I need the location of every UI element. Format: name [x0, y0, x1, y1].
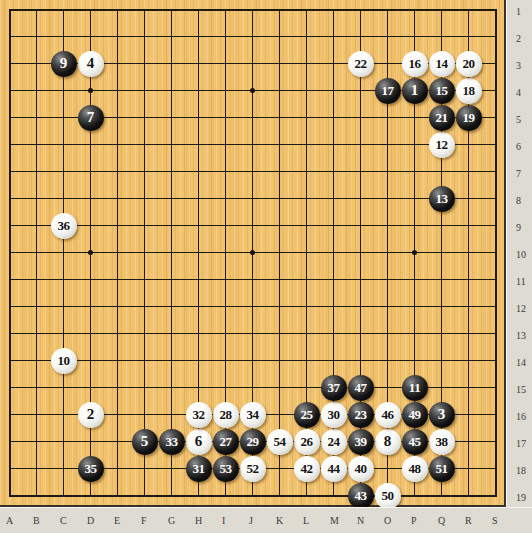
column-label: I — [222, 516, 225, 526]
stone-black-47: 47 — [348, 375, 374, 401]
stone-black-21: 21 — [429, 105, 455, 131]
row-label: 11 — [516, 277, 526, 287]
stone-move-number: 37 — [328, 379, 340, 395]
stone-white-24: 24 — [321, 429, 347, 455]
column-label: R — [465, 516, 472, 526]
stone-white-30: 30 — [321, 402, 347, 428]
column-ruler: ABCDEFGHIJKLMNOPQRS — [0, 507, 532, 533]
stone-white-8: 8 — [375, 429, 401, 455]
stone-white-16: 16 — [402, 51, 428, 77]
stone-move-number: 6 — [195, 433, 203, 450]
stone-black-43: 43 — [348, 483, 374, 509]
row-label: 15 — [516, 385, 526, 395]
star-point — [250, 250, 255, 255]
stone-move-number: 39 — [355, 433, 367, 449]
stone-white-44: 44 — [321, 456, 347, 482]
stone-move-number: 40 — [355, 460, 367, 476]
stone-black-7: 7 — [78, 105, 104, 131]
stone-move-number: 2 — [87, 406, 95, 423]
stone-white-32: 32 — [186, 402, 212, 428]
stone-move-number: 21 — [436, 109, 448, 125]
stone-white-10: 10 — [51, 348, 77, 374]
column-label: P — [411, 516, 417, 526]
stone-move-number: 52 — [247, 460, 259, 476]
stone-white-28: 28 — [213, 402, 239, 428]
stone-move-number: 22 — [355, 55, 367, 71]
stone-white-6: 6 — [186, 429, 212, 455]
stone-move-number: 23 — [355, 406, 367, 422]
column-label: H — [195, 516, 202, 526]
stone-move-number: 13 — [436, 190, 448, 206]
stone-white-2: 2 — [78, 402, 104, 428]
column-label: K — [276, 516, 283, 526]
stone-move-number: 48 — [409, 460, 421, 476]
stone-white-52: 52 — [240, 456, 266, 482]
row-label: 3 — [516, 61, 521, 71]
column-label: J — [249, 516, 253, 526]
row-label: 9 — [516, 223, 521, 233]
stone-black-53: 53 — [213, 456, 239, 482]
stone-black-29: 29 — [240, 429, 266, 455]
stone-white-40: 40 — [348, 456, 374, 482]
stone-white-50: 50 — [375, 483, 401, 509]
stone-black-27: 27 — [213, 429, 239, 455]
stone-move-number: 18 — [463, 82, 475, 98]
stone-white-46: 46 — [375, 402, 401, 428]
stone-move-number: 26 — [301, 433, 313, 449]
row-label: 5 — [516, 115, 521, 125]
stone-white-18: 18 — [456, 78, 482, 104]
stone-move-number: 14 — [436, 55, 448, 71]
stone-move-number: 44 — [328, 460, 340, 476]
stone-move-number: 49 — [409, 406, 421, 422]
stone-white-34: 34 — [240, 402, 266, 428]
stone-move-number: 50 — [382, 487, 394, 503]
column-label: S — [492, 516, 498, 526]
stone-move-number: 3 — [438, 406, 446, 423]
stone-black-15: 15 — [429, 78, 455, 104]
row-label: 10 — [516, 250, 526, 260]
stone-black-33: 33 — [159, 429, 185, 455]
stone-move-number: 10 — [58, 352, 70, 368]
stone-move-number: 33 — [166, 433, 178, 449]
column-label: D — [87, 516, 94, 526]
star-point — [88, 250, 93, 255]
column-label: A — [6, 516, 13, 526]
stone-move-number: 28 — [220, 406, 232, 422]
stone-white-48: 48 — [402, 456, 428, 482]
stone-move-number: 8 — [384, 433, 392, 450]
stone-move-number: 11 — [409, 379, 420, 395]
stone-move-number: 12 — [436, 136, 448, 152]
star-point — [250, 88, 255, 93]
stone-black-49: 49 — [402, 402, 428, 428]
stone-black-23: 23 — [348, 402, 374, 428]
star-point — [88, 88, 93, 93]
stone-black-25: 25 — [294, 402, 320, 428]
stone-move-number: 19 — [463, 109, 475, 125]
stone-move-number: 32 — [193, 406, 205, 422]
stone-white-26: 26 — [294, 429, 320, 455]
row-label: 12 — [516, 304, 526, 314]
stone-move-number: 51 — [436, 460, 448, 476]
stone-black-9: 9 — [51, 51, 77, 77]
star-point — [412, 250, 417, 255]
row-label: 6 — [516, 142, 521, 152]
stone-black-3: 3 — [429, 402, 455, 428]
row-label: 14 — [516, 358, 526, 368]
column-label: B — [33, 516, 40, 526]
stone-move-number: 54 — [274, 433, 286, 449]
stone-move-number: 15 — [436, 82, 448, 98]
stone-black-11: 11 — [402, 375, 428, 401]
go-board[interactable]: 1234567891011121314151617181920212223242… — [0, 0, 506, 507]
stone-move-number: 7 — [87, 109, 95, 126]
stone-white-14: 14 — [429, 51, 455, 77]
stone-move-number: 47 — [355, 379, 367, 395]
stone-black-13: 13 — [429, 186, 455, 212]
column-label: L — [303, 516, 309, 526]
stone-move-number: 17 — [382, 82, 394, 98]
row-label: 1 — [516, 7, 521, 17]
stone-move-number: 5 — [141, 433, 149, 450]
stone-white-12: 12 — [429, 132, 455, 158]
stone-move-number: 43 — [355, 487, 367, 503]
row-label: 13 — [516, 331, 526, 341]
stone-move-number: 35 — [85, 460, 97, 476]
stone-white-22: 22 — [348, 51, 374, 77]
stone-black-37: 37 — [321, 375, 347, 401]
stone-move-number: 38 — [436, 433, 448, 449]
stone-black-5: 5 — [132, 429, 158, 455]
stone-white-42: 42 — [294, 456, 320, 482]
stone-move-number: 45 — [409, 433, 421, 449]
stone-black-35: 35 — [78, 456, 104, 482]
stone-black-39: 39 — [348, 429, 374, 455]
row-label: 16 — [516, 412, 526, 422]
stone-move-number: 24 — [328, 433, 340, 449]
row-label: 2 — [516, 34, 521, 44]
stone-move-number: 42 — [301, 460, 313, 476]
column-label: Q — [438, 516, 445, 526]
stone-move-number: 46 — [382, 406, 394, 422]
stone-move-number: 36 — [58, 217, 70, 233]
stone-black-17: 17 — [375, 78, 401, 104]
stone-move-number: 31 — [193, 460, 205, 476]
stone-move-number: 29 — [247, 433, 259, 449]
stone-black-45: 45 — [402, 429, 428, 455]
stone-white-4: 4 — [78, 51, 104, 77]
stone-move-number: 30 — [328, 406, 340, 422]
stone-black-1: 1 — [402, 78, 428, 104]
stone-move-number: 27 — [220, 433, 232, 449]
stone-black-19: 19 — [456, 105, 482, 131]
column-label: O — [384, 516, 391, 526]
column-label: G — [168, 516, 175, 526]
row-label: 17 — [516, 439, 526, 449]
stone-black-51: 51 — [429, 456, 455, 482]
column-label: F — [141, 516, 147, 526]
stone-black-31: 31 — [186, 456, 212, 482]
column-label: N — [357, 516, 364, 526]
stone-move-number: 9 — [60, 55, 68, 72]
stone-white-36: 36 — [51, 213, 77, 239]
row-label: 7 — [516, 169, 521, 179]
column-label: M — [330, 516, 339, 526]
stone-move-number: 20 — [463, 55, 475, 71]
row-label: 18 — [516, 466, 526, 476]
column-label: E — [114, 516, 120, 526]
stone-move-number: 53 — [220, 460, 232, 476]
stone-move-number: 16 — [409, 55, 421, 71]
stone-move-number: 34 — [247, 406, 259, 422]
row-label: 19 — [516, 493, 526, 503]
stone-move-number: 1 — [411, 82, 419, 99]
go-kifu-viewer: 1234567891011121314151617181920212223242… — [0, 0, 532, 533]
stone-white-38: 38 — [429, 429, 455, 455]
stone-white-20: 20 — [456, 51, 482, 77]
stone-move-number: 4 — [87, 55, 95, 72]
stone-move-number: 25 — [301, 406, 313, 422]
column-label: C — [60, 516, 67, 526]
row-label: 4 — [516, 88, 521, 98]
row-ruler: 12345678910111213141516171819 — [506, 0, 532, 507]
row-label: 8 — [516, 196, 521, 206]
stone-white-54: 54 — [267, 429, 293, 455]
